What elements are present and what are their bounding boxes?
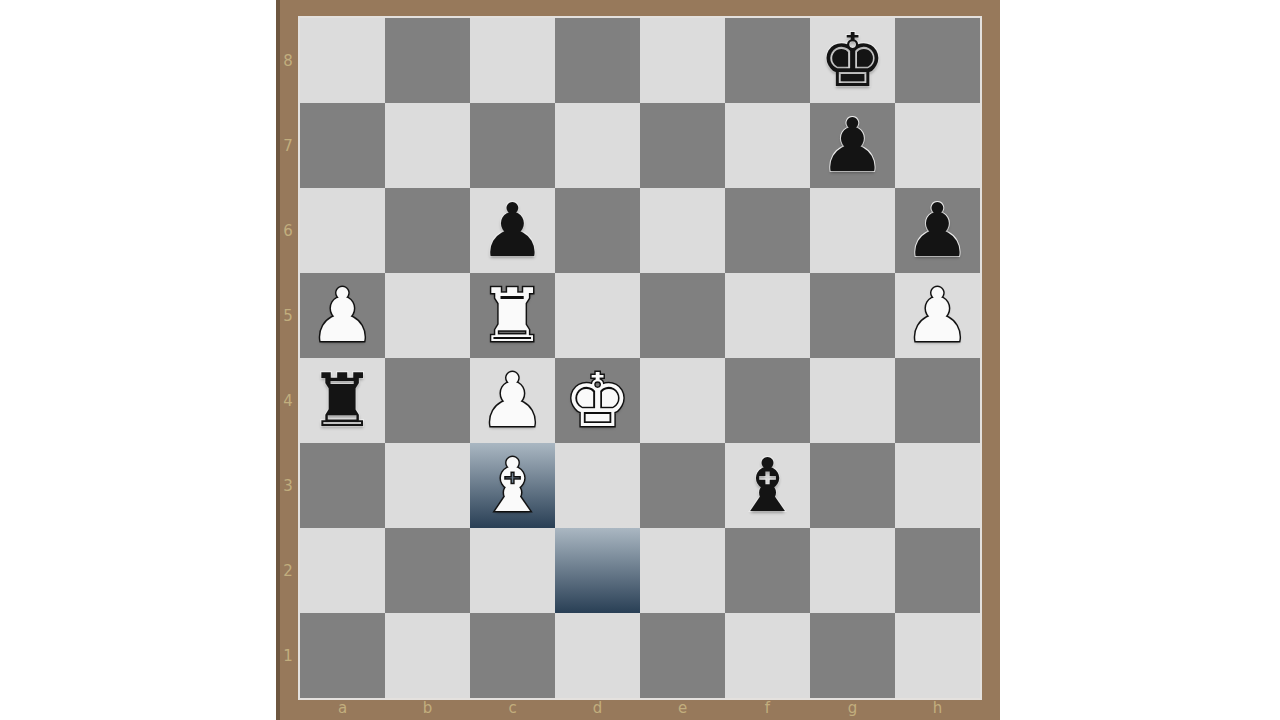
square-h5[interactable]: ♟: [895, 273, 980, 358]
file-label-c: c: [470, 698, 555, 720]
piece-white-rook[interactable]: ♜: [479, 273, 545, 358]
square-e3[interactable]: [640, 443, 725, 528]
square-g2[interactable]: [810, 528, 895, 613]
square-h7[interactable]: [895, 103, 980, 188]
piece-black-king[interactable]: ♚: [819, 18, 885, 103]
square-d3[interactable]: [555, 443, 640, 528]
square-g7[interactable]: ♟: [810, 103, 895, 188]
square-f4[interactable]: [725, 358, 810, 443]
square-c2[interactable]: [470, 528, 555, 613]
piece-black-bishop[interactable]: ♝: [734, 443, 800, 528]
square-g1[interactable]: [810, 613, 895, 698]
square-c4[interactable]: ♟: [470, 358, 555, 443]
square-a1[interactable]: [300, 613, 385, 698]
file-label-g: g: [810, 698, 895, 720]
square-f6[interactable]: [725, 188, 810, 273]
file-label-d: d: [555, 698, 640, 720]
piece-white-pawn[interactable]: ♟: [904, 273, 970, 358]
file-label-b: b: [385, 698, 470, 720]
square-h1[interactable]: [895, 613, 980, 698]
square-f3[interactable]: ♝: [725, 443, 810, 528]
square-f5[interactable]: [725, 273, 810, 358]
square-b7[interactable]: [385, 103, 470, 188]
square-g5[interactable]: [810, 273, 895, 358]
piece-black-pawn[interactable]: ♟: [479, 188, 545, 273]
square-e2[interactable]: [640, 528, 725, 613]
square-a5[interactable]: ♟: [300, 273, 385, 358]
square-f1[interactable]: [725, 613, 810, 698]
square-d1[interactable]: [555, 613, 640, 698]
square-c6[interactable]: ♟: [470, 188, 555, 273]
square-d4[interactable]: ♚: [555, 358, 640, 443]
piece-black-rook[interactable]: ♜: [309, 358, 375, 443]
square-b5[interactable]: [385, 273, 470, 358]
square-b1[interactable]: [385, 613, 470, 698]
square-d7[interactable]: [555, 103, 640, 188]
square-c7[interactable]: [470, 103, 555, 188]
square-f2[interactable]: [725, 528, 810, 613]
file-label-a: a: [300, 698, 385, 720]
square-f8[interactable]: [725, 18, 810, 103]
square-c5[interactable]: ♜: [470, 273, 555, 358]
square-h6[interactable]: ♟: [895, 188, 980, 273]
rank-label-2: 2: [276, 528, 300, 613]
square-e8[interactable]: [640, 18, 725, 103]
square-e5[interactable]: [640, 273, 725, 358]
square-g4[interactable]: [810, 358, 895, 443]
square-b2[interactable]: [385, 528, 470, 613]
file-label-e: e: [640, 698, 725, 720]
file-label-h: h: [895, 698, 980, 720]
rank-label-8: 8: [276, 18, 300, 103]
piece-white-king[interactable]: ♚: [564, 358, 630, 443]
square-b4[interactable]: [385, 358, 470, 443]
square-a2[interactable]: [300, 528, 385, 613]
rank-label-3: 3: [276, 443, 300, 528]
square-a7[interactable]: [300, 103, 385, 188]
square-d2[interactable]: [555, 528, 640, 613]
square-g6[interactable]: [810, 188, 895, 273]
board-frame: 87654321 ♚♟♟♟♟♜♟♜♟♚♝♝ abcdefgh: [276, 0, 1000, 720]
file-labels: abcdefgh: [300, 698, 980, 720]
piece-white-pawn[interactable]: ♟: [479, 358, 545, 443]
square-d8[interactable]: [555, 18, 640, 103]
square-e6[interactable]: [640, 188, 725, 273]
square-h2[interactable]: [895, 528, 980, 613]
square-h3[interactable]: [895, 443, 980, 528]
piece-black-pawn[interactable]: ♟: [904, 188, 970, 273]
square-e1[interactable]: [640, 613, 725, 698]
square-c3[interactable]: ♝: [470, 443, 555, 528]
file-label-f: f: [725, 698, 810, 720]
square-f7[interactable]: [725, 103, 810, 188]
square-b6[interactable]: [385, 188, 470, 273]
square-e4[interactable]: [640, 358, 725, 443]
square-b8[interactable]: [385, 18, 470, 103]
square-b3[interactable]: [385, 443, 470, 528]
square-d6[interactable]: [555, 188, 640, 273]
rank-label-1: 1: [276, 613, 300, 698]
square-a6[interactable]: [300, 188, 385, 273]
square-d5[interactable]: [555, 273, 640, 358]
rank-label-6: 6: [276, 188, 300, 273]
square-g8[interactable]: ♚: [810, 18, 895, 103]
square-h8[interactable]: [895, 18, 980, 103]
square-a8[interactable]: [300, 18, 385, 103]
square-g3[interactable]: [810, 443, 895, 528]
square-a3[interactable]: [300, 443, 385, 528]
square-e7[interactable]: [640, 103, 725, 188]
piece-black-pawn[interactable]: ♟: [819, 103, 885, 188]
rank-label-4: 4: [276, 358, 300, 443]
piece-white-bishop[interactable]: ♝: [479, 443, 545, 528]
square-c8[interactable]: [470, 18, 555, 103]
square-h4[interactable]: [895, 358, 980, 443]
rank-label-5: 5: [276, 273, 300, 358]
square-a4[interactable]: ♜: [300, 358, 385, 443]
square-c1[interactable]: [470, 613, 555, 698]
piece-white-pawn[interactable]: ♟: [309, 273, 375, 358]
chess-board: ♚♟♟♟♟♜♟♜♟♚♝♝: [300, 18, 980, 698]
rank-label-7: 7: [276, 103, 300, 188]
rank-labels: 87654321: [276, 18, 300, 698]
